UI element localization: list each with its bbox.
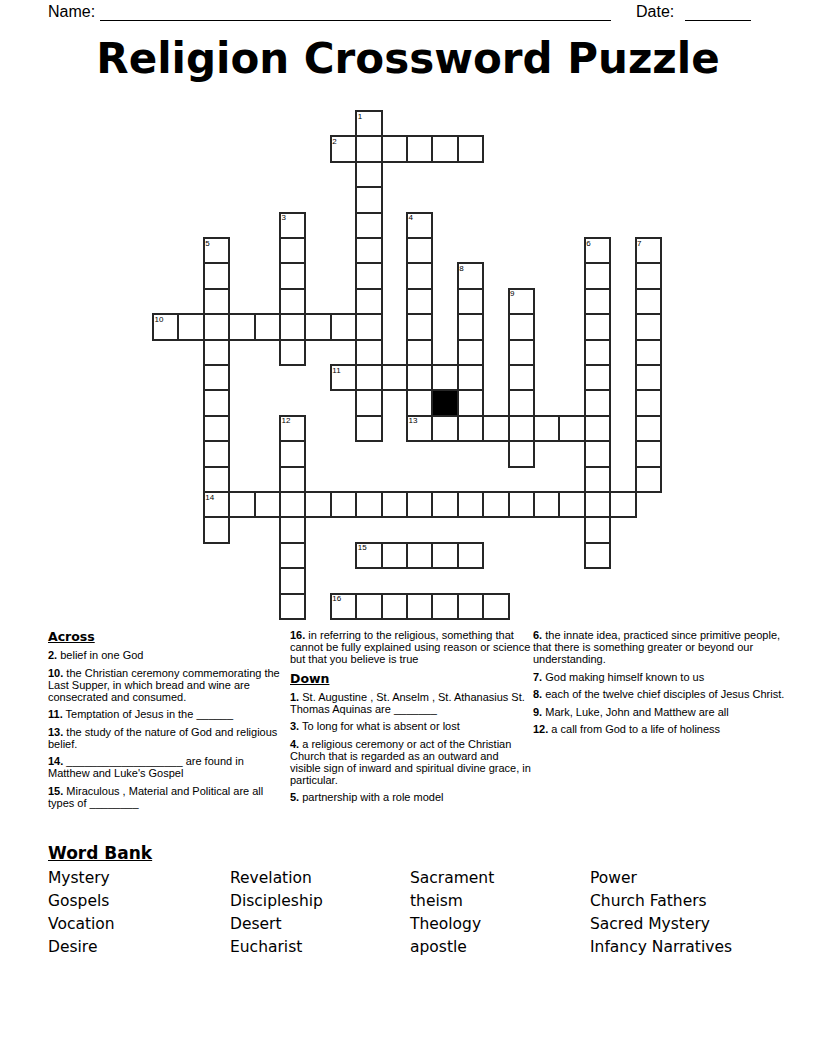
clues-down-column: 6. the innate idea, practiced since prim…	[533, 629, 785, 741]
clue-number: 16.	[290, 629, 305, 641]
grid-cell[interactable]	[457, 542, 484, 569]
clue-text: the Christian ceremony commemorating the…	[48, 667, 280, 703]
grid-cell[interactable]	[431, 415, 458, 442]
clue-text: belief in one God	[60, 649, 143, 661]
clue-across-16: 16. in referring to the religious, somet…	[290, 629, 532, 665]
grid-cell[interactable]	[203, 466, 230, 493]
clues-middle-column: 16. in referring to the religious, somet…	[290, 629, 532, 809]
word-bank-item: Mystery	[48, 867, 115, 890]
grid-cell[interactable]	[355, 415, 382, 442]
grid-cell[interactable]	[355, 339, 382, 366]
grid-cell[interactable]	[457, 135, 484, 162]
grid-cell[interactable]	[228, 313, 255, 340]
clue-text: Mark, Luke, John and Matthew are all	[545, 706, 728, 718]
crossword-grid: 12345678910111213141516	[152, 110, 664, 622]
grid-cell[interactable]	[330, 313, 357, 340]
grid-cell[interactable]	[279, 516, 306, 543]
grid-cell[interactable]	[635, 440, 662, 467]
grid-cell[interactable]	[355, 161, 382, 188]
cell-number: 9	[510, 289, 514, 298]
grid-cell[interactable]	[431, 364, 458, 391]
word-bank-column: Mystery Gospels Vocation Desire	[48, 867, 115, 959]
grid-cell[interactable]	[508, 491, 535, 518]
date-input-line[interactable]	[685, 2, 751, 21]
grid-cell[interactable]	[279, 567, 306, 594]
clue-number: 3.	[290, 720, 299, 732]
grid-cell[interactable]	[381, 491, 408, 518]
cell-number: 14	[205, 493, 214, 502]
grid-cell[interactable]	[533, 415, 560, 442]
word-bank-item: Gospels	[48, 890, 115, 913]
grid-cell[interactable]	[584, 288, 611, 315]
grid-cell[interactable]	[482, 491, 509, 518]
word-bank-item: Discipleship	[230, 890, 323, 913]
clue-text: the study of the nature of God and relig…	[48, 726, 277, 750]
clue-text: To long for what is absent or lost	[302, 720, 460, 732]
grid-cell[interactable]	[431, 135, 458, 162]
grid-cell[interactable]	[406, 313, 433, 340]
clue-number: 8.	[533, 688, 542, 700]
grid-cell[interactable]	[279, 237, 306, 264]
grid-cell[interactable]	[203, 389, 230, 416]
clue-text: ___________________ are found in Matthew…	[48, 755, 244, 779]
clue-down-6: 6. the innate idea, practiced since prim…	[533, 629, 785, 665]
word-bank-item: Sacrament	[410, 867, 494, 890]
grid-cell[interactable]	[406, 288, 433, 315]
grid-cell[interactable]	[584, 262, 611, 289]
grid-cell[interactable]	[508, 364, 535, 391]
down-heading: Down	[290, 671, 532, 686]
grid-cell[interactable]	[533, 491, 560, 518]
grid-cell[interactable]	[508, 415, 535, 442]
clue-across-13: 13. the study of the nature of God and r…	[48, 726, 285, 750]
grid-cell[interactable]	[279, 542, 306, 569]
clue-down-3: 3. To long for what is absent or lost	[290, 720, 532, 732]
grid-cell[interactable]	[457, 491, 484, 518]
clue-text: Miraculous , Material and Political are …	[48, 785, 263, 809]
grid-cell[interactable]	[457, 364, 484, 391]
word-bank: Word Bank Mystery Gospels Vocation Desir…	[48, 843, 788, 863]
clue-across-2: 2. belief in one God	[48, 649, 285, 661]
grid-cell[interactable]	[381, 135, 408, 162]
word-bank-column: Revelation Discipleship Desert Eucharist	[230, 867, 323, 959]
clue-down-1: 1. St. Augustine , St. Anselm , St. Atha…	[290, 691, 532, 715]
grid-cell[interactable]	[355, 237, 382, 264]
grid-cell[interactable]	[279, 593, 306, 620]
grid-cell[interactable]	[203, 440, 230, 467]
grid-cell[interactable]	[381, 593, 408, 620]
grid-cell[interactable]	[279, 339, 306, 366]
clue-down-8: 8. each of the twelve chief disciples of…	[533, 688, 785, 700]
grid-cell[interactable]	[457, 389, 484, 416]
grid-cell[interactable]	[203, 516, 230, 543]
name-input-line[interactable]	[100, 2, 611, 21]
clue-across-11: 11. Temptation of Jesus in the ______	[48, 708, 285, 720]
grid-cell[interactable]	[406, 491, 433, 518]
cell-number: 11	[332, 366, 340, 375]
word-bank-item: Church Fathers	[590, 890, 732, 913]
word-bank-item: Power	[590, 867, 732, 890]
grid-cell[interactable]	[584, 542, 611, 569]
clue-number: 10.	[48, 667, 63, 679]
cell-number: 13	[409, 416, 418, 425]
grid-cell[interactable]	[279, 313, 306, 340]
grid-cell[interactable]	[457, 339, 484, 366]
clue-number: 4.	[290, 738, 299, 750]
cell-number: 7	[637, 239, 641, 248]
clue-number: 6.	[533, 629, 542, 641]
grid-cell[interactable]	[635, 364, 662, 391]
grid-cell[interactable]	[635, 389, 662, 416]
clue-across-15: 15. Miraculous , Material and Political …	[48, 785, 285, 809]
grid-cell[interactable]	[431, 491, 458, 518]
grid-cell[interactable]	[406, 593, 433, 620]
grid-cell[interactable]	[457, 593, 484, 620]
grid-cell[interactable]	[304, 313, 331, 340]
grid-cell[interactable]	[508, 389, 535, 416]
grid-cell[interactable]	[279, 262, 306, 289]
grid-cell[interactable]	[558, 415, 585, 442]
cell-number: 15	[358, 543, 367, 552]
grid-cell[interactable]	[177, 313, 204, 340]
word-bank-column: Sacrament theism Theology apostle	[410, 867, 494, 959]
word-bank-column: Power Church Fathers Sacred Mystery Infa…	[590, 867, 732, 959]
grid-cell[interactable]	[508, 440, 535, 467]
word-bank-item: Revelation	[230, 867, 323, 890]
clue-number: 11.	[48, 708, 63, 720]
grid-cell[interactable]	[203, 415, 230, 442]
grid-cell[interactable]	[355, 364, 382, 391]
name-label: Name:	[48, 3, 95, 21]
grid-cell[interactable]	[431, 593, 458, 620]
word-bank-item: Infancy Narratives	[590, 936, 732, 959]
clues-across-column: Across 2. belief in one God 10. the Chri…	[48, 629, 285, 814]
grid-cell[interactable]	[406, 237, 433, 264]
clue-number: 5.	[290, 791, 299, 803]
grid-cell[interactable]	[406, 542, 433, 569]
grid-cell[interactable]	[203, 313, 230, 340]
grid-cell[interactable]	[279, 440, 306, 467]
grid-cell[interactable]	[584, 491, 611, 518]
grid-cell[interactable]	[381, 542, 408, 569]
clue-number: 9.	[533, 706, 542, 718]
grid-cell[interactable]	[609, 491, 636, 518]
clue-number: 1.	[290, 691, 299, 703]
date-label: Date:	[636, 3, 674, 21]
clue-down-5: 5. partnership with a role model	[290, 791, 532, 803]
clue-number: 13.	[48, 726, 63, 738]
word-bank-item: Desert	[230, 913, 323, 936]
grid-cell[interactable]	[279, 466, 306, 493]
word-bank-item: apostle	[410, 936, 494, 959]
clue-number: 12.	[533, 723, 548, 735]
grid-cell[interactable]	[355, 313, 382, 340]
cell-number: 2	[332, 137, 336, 146]
clue-text: St. Augustine , St. Anselm , St. Athanas…	[290, 691, 525, 715]
grid-cell[interactable]	[203, 364, 230, 391]
clue-text: a call from God to a life of holiness	[551, 723, 720, 735]
grid-cell[interactable]	[406, 389, 433, 416]
grid-cell[interactable]	[406, 135, 433, 162]
cell-number: 3	[282, 213, 286, 222]
grid-cell[interactable]	[355, 212, 382, 239]
clue-text: in referring to the religious, something…	[290, 629, 530, 665]
clue-text: partnership with a role model	[302, 791, 443, 803]
grid-cell[interactable]	[508, 313, 535, 340]
clue-down-12: 12. a call from God to a life of holines…	[533, 723, 785, 735]
clue-down-7: 7. God making himself known to us	[533, 671, 785, 683]
grid-cell[interactable]	[584, 389, 611, 416]
grid-cell[interactable]	[254, 313, 281, 340]
page-title: Religion Crossword Puzzle	[0, 34, 816, 83]
clue-number: 7.	[533, 671, 542, 683]
clue-text: Temptation of Jesus in the ______	[66, 708, 234, 720]
grid-cell[interactable]	[584, 440, 611, 467]
cell-number: 1	[358, 112, 362, 121]
grid-cell[interactable]	[355, 262, 382, 289]
grid-cell[interactable]	[203, 288, 230, 315]
grid-cell[interactable]	[279, 288, 306, 315]
cell-number: 5	[205, 239, 209, 248]
clue-down-4: 4. a religious ceremony or act of the Ch…	[290, 738, 532, 786]
clue-across-14: 14. ___________________ are found in Mat…	[48, 755, 285, 779]
clue-text: a religious ceremony or act of the Chris…	[290, 738, 531, 786]
clue-number: 2.	[48, 649, 57, 661]
grid-cell[interactable]	[584, 466, 611, 493]
grid-cell[interactable]	[355, 491, 382, 518]
word-bank-item: theism	[410, 890, 494, 913]
grid-cell[interactable]	[457, 415, 484, 442]
grid-cell[interactable]	[635, 288, 662, 315]
grid-cell[interactable]	[254, 491, 281, 518]
cell-number: 16	[332, 594, 341, 603]
grid-cell[interactable]	[584, 339, 611, 366]
clue-text: each of the twelve chief disciples of Je…	[545, 688, 784, 700]
grid-cell[interactable]	[584, 516, 611, 543]
cell-number: 6	[586, 239, 590, 248]
grid-cell[interactable]	[457, 288, 484, 315]
word-bank-item: Vocation	[48, 913, 115, 936]
grid-cell[interactable]	[203, 262, 230, 289]
worksheet-page: Name: Date: Religion Crossword Puzzle 12…	[0, 0, 816, 1056]
grid-cell[interactable]	[355, 135, 382, 162]
grid-cell[interactable]	[635, 339, 662, 366]
clue-across-10: 10. the Christian ceremony commemorating…	[48, 667, 285, 703]
grid-cell[interactable]	[584, 313, 611, 340]
cell-number: 8	[459, 264, 463, 273]
clue-number: 14.	[48, 755, 63, 767]
cell-number: 12	[282, 416, 291, 425]
grid-cell[interactable]	[304, 491, 331, 518]
word-bank-item: Eucharist	[230, 936, 323, 959]
word-bank-item: Sacred Mystery	[590, 913, 732, 936]
grid-cell[interactable]	[482, 415, 509, 442]
word-bank-item: Desire	[48, 936, 115, 959]
grid-cell[interactable]	[355, 593, 382, 620]
word-bank-heading: Word Bank	[48, 843, 788, 863]
word-bank-item: Theology	[410, 913, 494, 936]
clue-number: 15.	[48, 785, 63, 797]
grid-cell[interactable]	[635, 313, 662, 340]
grid-cell[interactable]	[406, 262, 433, 289]
across-heading: Across	[48, 629, 285, 644]
grid-cell[interactable]	[355, 186, 382, 213]
grid-cell[interactable]	[406, 364, 433, 391]
cell-number: 10	[155, 315, 164, 324]
grid-cell[interactable]	[355, 389, 382, 416]
grid-cell[interactable]	[635, 466, 662, 493]
clue-text: the innate idea, practiced since primiti…	[533, 629, 780, 665]
grid-cell[interactable]	[355, 288, 382, 315]
grid-cell[interactable]	[457, 313, 484, 340]
grid-cell[interactable]	[279, 491, 306, 518]
grid-cell[interactable]	[406, 339, 433, 366]
grid-cell[interactable]	[635, 415, 662, 442]
grid-cell[interactable]	[508, 339, 535, 366]
grid-cell[interactable]	[558, 491, 585, 518]
grid-cell[interactable]	[203, 339, 230, 366]
grid-cell[interactable]	[228, 491, 255, 518]
grid-cell[interactable]	[381, 364, 408, 391]
grid-cell[interactable]	[635, 262, 662, 289]
grid-cell[interactable]	[482, 593, 509, 620]
cell-number: 4	[409, 213, 413, 222]
clue-down-9: 9. Mark, Luke, John and Matthew are all	[533, 706, 785, 718]
grid-cell[interactable]	[584, 364, 611, 391]
grid-cell[interactable]	[330, 491, 357, 518]
grid-cell[interactable]	[584, 415, 611, 442]
clue-text: God making himself known to us	[545, 671, 704, 683]
blocked-cell	[431, 389, 458, 416]
grid-cell[interactable]	[431, 542, 458, 569]
